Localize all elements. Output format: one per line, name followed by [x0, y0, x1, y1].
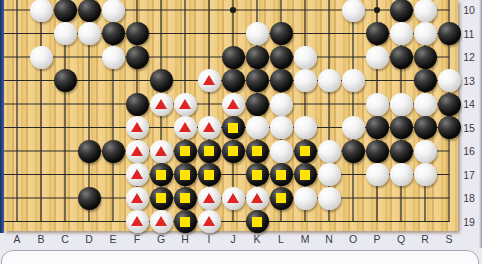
board-grid[interactable]	[5, 0, 461, 233]
column-label: K	[245, 233, 269, 245]
stone-black[interactable]	[150, 69, 173, 92]
stone-black[interactable]	[294, 140, 317, 163]
row-label: 12	[458, 50, 480, 64]
stone-black[interactable]	[222, 69, 245, 92]
stone-white[interactable]	[270, 140, 293, 163]
triangle-mark	[155, 216, 167, 226]
stone-black[interactable]	[246, 210, 269, 233]
stone-white[interactable]	[318, 69, 341, 92]
stone-white[interactable]	[102, 46, 125, 69]
stone-black[interactable]	[222, 116, 245, 139]
stone-black[interactable]	[342, 140, 365, 163]
square-mark	[228, 146, 238, 156]
stone-black[interactable]	[270, 22, 293, 45]
stone-black[interactable]	[126, 93, 149, 116]
stone-white[interactable]	[102, 0, 125, 22]
row-label: 19	[458, 215, 480, 229]
stone-black[interactable]	[54, 0, 77, 22]
column-label: G	[149, 233, 173, 245]
triangle-mark	[131, 169, 143, 179]
stone-white[interactable]	[246, 187, 269, 210]
square-mark	[276, 170, 286, 180]
square-mark	[252, 146, 262, 156]
triangle-mark	[227, 99, 239, 109]
square-mark	[300, 146, 310, 156]
stone-black[interactable]	[54, 69, 77, 92]
stone-black[interactable]	[78, 140, 101, 163]
stone-white[interactable]	[78, 22, 101, 45]
square-mark	[156, 170, 166, 180]
stone-black[interactable]	[390, 0, 413, 22]
stone-white[interactable]	[342, 0, 365, 22]
square-mark	[276, 193, 286, 203]
stone-black[interactable]	[198, 163, 221, 186]
column-label: H	[173, 233, 197, 245]
stone-white[interactable]	[198, 69, 221, 92]
stone-black[interactable]	[174, 140, 197, 163]
stone-white[interactable]	[390, 163, 413, 186]
stone-black[interactable]	[174, 163, 197, 186]
stone-white[interactable]	[30, 46, 53, 69]
row-label: 11	[458, 27, 480, 41]
row-label: 17	[458, 168, 480, 182]
stone-white[interactable]	[150, 140, 173, 163]
column-label: C	[53, 233, 77, 245]
stone-black[interactable]	[270, 187, 293, 210]
stone-black[interactable]	[366, 116, 389, 139]
stone-black[interactable]	[438, 93, 461, 116]
column-label: M	[293, 233, 317, 245]
stone-white[interactable]	[126, 140, 149, 163]
row-label: 14	[458, 97, 480, 111]
stone-white[interactable]	[126, 116, 149, 139]
triangle-mark	[179, 122, 191, 132]
column-label: B	[29, 233, 53, 245]
window-edge-strip	[0, 0, 4, 233]
triangle-mark	[155, 146, 167, 156]
stone-black[interactable]	[246, 69, 269, 92]
stone-black[interactable]	[78, 0, 101, 22]
stone-white[interactable]	[126, 210, 149, 233]
stone-white[interactable]	[174, 116, 197, 139]
stone-white[interactable]	[150, 210, 173, 233]
column-label: A	[5, 233, 29, 245]
stone-white[interactable]	[414, 163, 437, 186]
column-label: F	[125, 233, 149, 245]
stone-white[interactable]	[174, 93, 197, 116]
stone-black[interactable]	[390, 116, 413, 139]
stone-white[interactable]	[366, 46, 389, 69]
go-app-window: ABCDEFGHIJKLMNOPQRS 10111213141516171819	[0, 0, 482, 264]
square-mark	[204, 170, 214, 180]
row-label: 15	[458, 121, 480, 135]
triangle-mark	[251, 193, 263, 203]
triangle-mark	[227, 193, 239, 203]
stone-black[interactable]	[390, 46, 413, 69]
stone-white[interactable]	[414, 22, 437, 45]
row-label: 10	[458, 3, 480, 17]
triangle-mark	[179, 99, 191, 109]
stone-black[interactable]	[294, 163, 317, 186]
stone-white[interactable]	[366, 163, 389, 186]
stone-white[interactable]	[366, 93, 389, 116]
stone-black[interactable]	[174, 187, 197, 210]
stone-white[interactable]	[222, 187, 245, 210]
stone-white[interactable]	[294, 187, 317, 210]
stone-white[interactable]	[438, 69, 461, 92]
stone-black[interactable]	[246, 163, 269, 186]
bottom-panel	[1, 250, 479, 264]
stone-black[interactable]	[150, 163, 173, 186]
column-label: R	[413, 233, 437, 245]
stone-black[interactable]	[414, 46, 437, 69]
column-label: N	[317, 233, 341, 245]
square-mark	[180, 170, 190, 180]
stone-black[interactable]	[126, 46, 149, 69]
stone-white[interactable]	[342, 116, 365, 139]
stone-black[interactable]	[222, 140, 245, 163]
stone-white[interactable]	[198, 210, 221, 233]
stone-black[interactable]	[102, 22, 125, 45]
stone-white[interactable]	[390, 22, 413, 45]
stone-black[interactable]	[78, 187, 101, 210]
go-board[interactable]	[4, 0, 458, 231]
triangle-mark	[203, 216, 215, 226]
stone-white[interactable]	[198, 187, 221, 210]
triangle-mark	[155, 99, 167, 109]
column-label: S	[437, 233, 461, 245]
stone-white[interactable]	[294, 46, 317, 69]
square-mark	[180, 146, 190, 156]
stone-white[interactable]	[270, 116, 293, 139]
triangle-mark	[131, 146, 143, 156]
stone-black[interactable]	[270, 46, 293, 69]
stone-black[interactable]	[198, 140, 221, 163]
square-mark	[180, 193, 190, 203]
triangle-mark	[131, 193, 143, 203]
stone-white[interactable]	[318, 187, 341, 210]
triangle-mark	[131, 122, 143, 132]
stone-black[interactable]	[390, 140, 413, 163]
stone-black[interactable]	[246, 93, 269, 116]
triangle-mark	[203, 122, 215, 132]
stone-white[interactable]	[126, 163, 149, 186]
stone-white[interactable]	[414, 0, 437, 22]
column-label: J	[221, 233, 245, 245]
stone-white[interactable]	[150, 93, 173, 116]
stone-black[interactable]	[270, 163, 293, 186]
square-mark	[252, 170, 262, 180]
stone-black[interactable]	[366, 22, 389, 45]
stone-black[interactable]	[438, 116, 461, 139]
stone-white[interactable]	[222, 93, 245, 116]
column-label: Q	[389, 233, 413, 245]
column-label: E	[101, 233, 125, 245]
row-label: 16	[458, 144, 480, 158]
stone-black[interactable]	[414, 69, 437, 92]
row-label: 18	[458, 191, 480, 205]
stone-white[interactable]	[342, 69, 365, 92]
column-label: I	[197, 233, 221, 245]
square-mark	[228, 123, 238, 133]
stone-black[interactable]	[150, 187, 173, 210]
stone-white[interactable]	[126, 187, 149, 210]
stone-white[interactable]	[318, 140, 341, 163]
stone-white[interactable]	[294, 69, 317, 92]
stone-black[interactable]	[414, 116, 437, 139]
stone-white[interactable]	[414, 140, 437, 163]
triangle-mark	[131, 216, 143, 226]
column-coordinate-labels: ABCDEFGHIJKLMNOPQRS	[4, 232, 462, 248]
stone-white[interactable]	[246, 116, 269, 139]
triangle-mark	[203, 75, 215, 85]
triangle-mark	[203, 193, 215, 203]
stone-white[interactable]	[390, 93, 413, 116]
stone-white[interactable]	[54, 22, 77, 45]
stone-white[interactable]	[246, 22, 269, 45]
stone-white[interactable]	[318, 163, 341, 186]
stone-white[interactable]	[270, 93, 293, 116]
stone-white[interactable]	[198, 116, 221, 139]
square-mark	[180, 217, 190, 227]
column-label: D	[77, 233, 101, 245]
stone-black[interactable]	[246, 140, 269, 163]
square-mark	[156, 193, 166, 203]
stone-black[interactable]	[438, 22, 461, 45]
stone-white[interactable]	[414, 93, 437, 116]
column-label: L	[269, 233, 293, 245]
square-mark	[204, 146, 214, 156]
stone-black[interactable]	[270, 69, 293, 92]
stone-white[interactable]	[294, 116, 317, 139]
square-mark	[252, 217, 262, 227]
stone-black[interactable]	[174, 210, 197, 233]
stone-black[interactable]	[366, 140, 389, 163]
stone-black[interactable]	[126, 22, 149, 45]
column-label: P	[365, 233, 389, 245]
column-label: O	[341, 233, 365, 245]
row-label: 13	[458, 74, 480, 88]
stone-black[interactable]	[222, 46, 245, 69]
stone-black[interactable]	[102, 140, 125, 163]
stone-white[interactable]	[30, 0, 53, 22]
stone-black[interactable]	[246, 46, 269, 69]
square-mark	[300, 170, 310, 180]
